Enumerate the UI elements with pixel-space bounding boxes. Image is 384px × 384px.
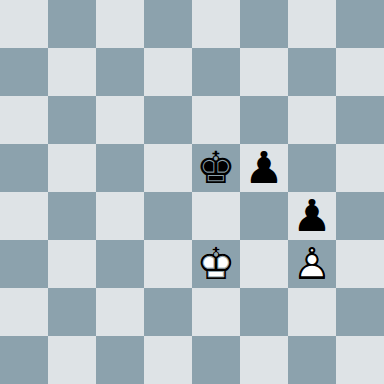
square-a5[interactable] (0, 144, 48, 192)
square-a8[interactable] (0, 0, 48, 48)
square-f6[interactable] (240, 96, 288, 144)
square-f3[interactable] (240, 240, 288, 288)
square-b6[interactable] (48, 96, 96, 144)
square-e4[interactable] (192, 192, 240, 240)
black-pawn[interactable]: ♟ (240, 144, 288, 192)
white-pawn[interactable]: ♟♙ (288, 240, 336, 288)
square-c1[interactable] (96, 336, 144, 384)
square-e7[interactable] (192, 48, 240, 96)
square-g6[interactable] (288, 96, 336, 144)
square-h1[interactable] (336, 336, 384, 384)
square-d1[interactable] (144, 336, 192, 384)
square-h6[interactable] (336, 96, 384, 144)
black-pawn-glyph: ♟ (244, 144, 283, 192)
square-e5[interactable]: ♚ (192, 144, 240, 192)
black-pawn-glyph: ♟ (292, 192, 331, 240)
square-g5[interactable] (288, 144, 336, 192)
square-d4[interactable] (144, 192, 192, 240)
square-c7[interactable] (96, 48, 144, 96)
square-f1[interactable] (240, 336, 288, 384)
square-b7[interactable] (48, 48, 96, 96)
black-king-glyph: ♚ (196, 144, 235, 192)
square-c5[interactable] (96, 144, 144, 192)
square-c6[interactable] (96, 96, 144, 144)
square-g3[interactable]: ♟♙ (288, 240, 336, 288)
chess-board: ♚♟♟♚♔♟♙ (0, 0, 384, 384)
square-e2[interactable] (192, 288, 240, 336)
square-d2[interactable] (144, 288, 192, 336)
square-c4[interactable] (96, 192, 144, 240)
square-a2[interactable] (0, 288, 48, 336)
square-h7[interactable] (336, 48, 384, 96)
square-f4[interactable] (240, 192, 288, 240)
square-d5[interactable] (144, 144, 192, 192)
square-c2[interactable] (96, 288, 144, 336)
square-h5[interactable] (336, 144, 384, 192)
square-g4[interactable]: ♟ (288, 192, 336, 240)
square-e3[interactable]: ♚♔ (192, 240, 240, 288)
square-d6[interactable] (144, 96, 192, 144)
square-b2[interactable] (48, 288, 96, 336)
square-c8[interactable] (96, 0, 144, 48)
square-b4[interactable] (48, 192, 96, 240)
square-g8[interactable] (288, 0, 336, 48)
square-g2[interactable] (288, 288, 336, 336)
square-e6[interactable] (192, 96, 240, 144)
square-a4[interactable] (0, 192, 48, 240)
square-b1[interactable] (48, 336, 96, 384)
square-d7[interactable] (144, 48, 192, 96)
square-h2[interactable] (336, 288, 384, 336)
square-f5[interactable]: ♟ (240, 144, 288, 192)
white-king[interactable]: ♚♔ (192, 240, 240, 288)
square-b5[interactable] (48, 144, 96, 192)
square-a6[interactable] (0, 96, 48, 144)
square-e1[interactable] (192, 336, 240, 384)
square-h3[interactable] (336, 240, 384, 288)
white-king-glyph: ♔ (196, 240, 235, 288)
square-c3[interactable] (96, 240, 144, 288)
square-h8[interactable] (336, 0, 384, 48)
square-f2[interactable] (240, 288, 288, 336)
square-d8[interactable] (144, 0, 192, 48)
black-king[interactable]: ♚ (192, 144, 240, 192)
square-h4[interactable] (336, 192, 384, 240)
black-pawn[interactable]: ♟ (288, 192, 336, 240)
square-g7[interactable] (288, 48, 336, 96)
square-a7[interactable] (0, 48, 48, 96)
square-f7[interactable] (240, 48, 288, 96)
square-b3[interactable] (48, 240, 96, 288)
square-a1[interactable] (0, 336, 48, 384)
white-pawn-glyph: ♙ (292, 240, 331, 288)
square-b8[interactable] (48, 0, 96, 48)
square-f8[interactable] (240, 0, 288, 48)
square-g1[interactable] (288, 336, 336, 384)
square-d3[interactable] (144, 240, 192, 288)
square-e8[interactable] (192, 0, 240, 48)
square-a3[interactable] (0, 240, 48, 288)
